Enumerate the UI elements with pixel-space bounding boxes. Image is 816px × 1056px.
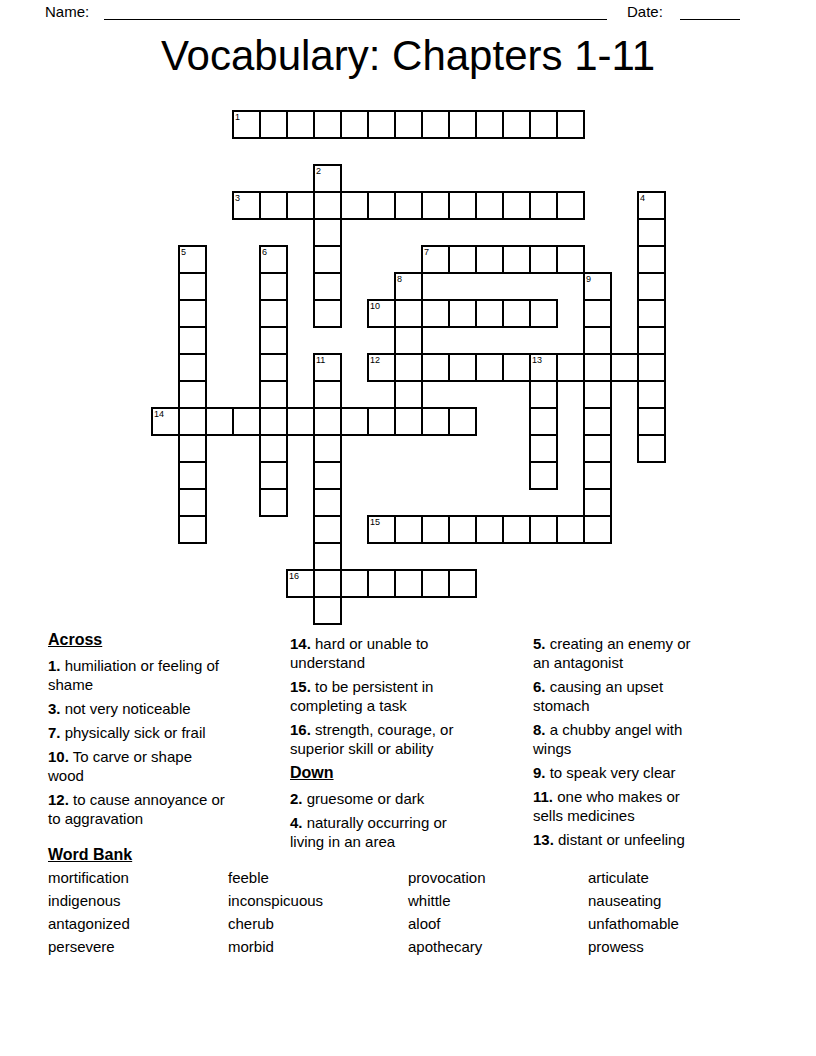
grid-cell[interactable] [313,461,342,490]
grid-cell[interactable] [394,380,423,409]
word-bank-word: cherub [228,912,408,935]
grid-cell[interactable] [583,353,612,382]
grid-cell[interactable] [259,191,288,220]
clue-down-9: 9. to speak very clear [533,763,783,782]
clue-across-1: 1. humiliation or feeling of shame [48,656,284,694]
grid-cell[interactable] [394,353,423,382]
grid-cell[interactable] [502,191,531,220]
grid-cell[interactable] [232,407,261,436]
grid-cell[interactable] [421,407,450,436]
grid-cell[interactable] [475,191,504,220]
word-bank-columns: mortificationindigenousantagonizedpersev… [48,866,788,961]
grid-cell[interactable] [259,272,288,301]
grid-cell[interactable] [583,461,612,490]
grid-number: 3 [235,193,240,203]
grid-cell[interactable] [448,110,477,139]
grid-cell[interactable] [421,299,450,328]
grid-cell[interactable] [313,299,342,328]
clues-column-3: 5. creating an enemy or an antagonist6. … [533,630,783,854]
grid-number: 5 [181,247,186,257]
grid-cell[interactable] [475,299,504,328]
grid-cell[interactable] [340,407,369,436]
grid-cell[interactable] [556,515,585,544]
clues-column-1: Across 1. humiliation or feeling of sham… [48,630,284,833]
grid-cell[interactable] [502,245,531,274]
grid-cell[interactable] [313,272,342,301]
word-bank-column: feebleinconspicuouscherubmorbid [228,866,408,958]
grid-cell[interactable] [637,434,666,463]
grid-cell[interactable] [313,380,342,409]
word-bank-word: mortification [48,866,228,889]
grid-cell[interactable] [583,326,612,355]
word-bank-word: provocation [408,866,588,889]
grid-cell[interactable] [313,191,342,220]
grid-cell[interactable] [367,191,396,220]
grid-cell[interactable] [448,353,477,382]
clue-down-8: 8. a chubby angel with wings [533,720,783,758]
grid-number: 13 [532,355,542,365]
grid-cell[interactable] [394,407,423,436]
grid-cell[interactable] [205,407,234,436]
grid-cell[interactable] [583,434,612,463]
grid-cell[interactable] [394,110,423,139]
grid-cell[interactable] [529,110,558,139]
grid-cell[interactable] [178,326,207,355]
grid-cell[interactable] [178,380,207,409]
grid-cell[interactable] [529,515,558,544]
clue-across-14: 14. hard or unable to understand [290,634,528,672]
grid-cell[interactable] [313,542,342,571]
word-bank-word: articulate [588,866,768,889]
grid-cell[interactable] [286,407,315,436]
grid-cell[interactable] [367,407,396,436]
grid-cell[interactable] [178,407,207,436]
page-title: Vocabulary: Chapters 1-11 [0,35,816,77]
grid-cell[interactable] [259,488,288,517]
grid-cell[interactable] [556,191,585,220]
grid-cell[interactable] [313,596,342,625]
grid-cell[interactable] [637,326,666,355]
grid-cell[interactable] [529,434,558,463]
grid-cell[interactable] [259,110,288,139]
word-bank-word: apothecary [408,935,588,958]
grid-cell[interactable] [583,488,612,517]
grid-cell[interactable] [421,569,450,598]
grid-number: 12 [370,355,380,365]
grid-cell[interactable] [556,245,585,274]
word-bank-heading: Word Bank [48,845,132,865]
grid-cell[interactable] [583,299,612,328]
across-heading: Across [48,630,284,650]
grid-cell[interactable] [637,299,666,328]
grid-cell[interactable] [313,569,342,598]
clue-down-2: 2. gruesome or dark [290,789,528,808]
clue-down-4: 4. naturally occurring or living in an a… [290,813,528,851]
grid-cell[interactable] [394,326,423,355]
grid-cell[interactable] [340,569,369,598]
grid-cell[interactable] [394,191,423,220]
word-bank-word: morbid [228,935,408,958]
grid-cell[interactable] [313,218,342,247]
grid-cell[interactable] [178,461,207,490]
grid-cell[interactable] [502,515,531,544]
grid-cell[interactable] [367,569,396,598]
grid-cell[interactable] [178,488,207,517]
grid-number: 2 [316,166,321,176]
grid-cell[interactable] [313,488,342,517]
word-bank-word: prowess [588,935,768,958]
grid-cell[interactable] [637,272,666,301]
clues-column-2: 14. hard or unable to understand15. to b… [290,630,528,856]
down-heading: Down [290,763,528,783]
grid-cell[interactable] [178,434,207,463]
grid-cell[interactable] [313,407,342,436]
grid-cell[interactable] [610,353,639,382]
grid-cell[interactable] [421,515,450,544]
clues-col1-list: 1. humiliation or feeling of shame3. not… [48,656,284,828]
grid-cell[interactable] [529,191,558,220]
grid-cell[interactable] [178,515,207,544]
grid-cell[interactable] [286,110,315,139]
grid-cell[interactable] [340,110,369,139]
grid-cell[interactable] [448,569,477,598]
word-bank-word: feeble [228,866,408,889]
grid-cell[interactable] [421,110,450,139]
clue-down-11: 11. one who makes or sells medicines [533,787,783,825]
clue-across-7: 7. physically sick or frail [48,723,284,742]
grid-cell[interactable] [637,380,666,409]
grid-number: 9 [586,274,591,284]
clue-down-13: 13. distant or unfeeling [533,830,783,849]
grid-cell[interactable] [394,569,423,598]
clue-down-6: 6. causing an upset stomach [533,677,783,715]
date-label: Date: [627,3,663,20]
grid-cell[interactable] [178,353,207,382]
clues-col2-across: 14. hard or unable to understand15. to b… [290,634,528,758]
grid-cell[interactable] [286,191,315,220]
clue-across-3: 3. not very noticeable [48,699,284,718]
grid-cell[interactable] [583,407,612,436]
clue-across-12: 12. to cause annoyance or to aggravation [48,790,284,828]
grid-cell[interactable] [475,110,504,139]
clues-col2-down: 2. gruesome or dark4. naturally occurrin… [290,789,528,851]
word-bank-column: mortificationindigenousantagonizedpersev… [48,866,228,958]
date-underline[interactable] [680,19,740,20]
grid-cell[interactable] [259,299,288,328]
word-bank-word: persevere [48,935,228,958]
grid-cell[interactable] [178,272,207,301]
grid-number: 16 [289,571,299,581]
grid-cell[interactable] [475,353,504,382]
grid-cell[interactable] [529,461,558,490]
grid-cell[interactable] [529,245,558,274]
word-bank-column: provocationwhittlealoofapothecary [408,866,588,958]
word-bank-word: nauseating [588,889,768,912]
name-label: Name: [45,3,89,20]
grid-cell[interactable] [394,299,423,328]
word-bank-column: articulatenauseatingunfathomableprowess [588,866,768,958]
grid-cell[interactable] [259,326,288,355]
grid-number: 7 [424,247,429,257]
word-bank-word: inconspicuous [228,889,408,912]
grid-cell[interactable] [556,353,585,382]
word-bank-word: indigenous [48,889,228,912]
grid-cell[interactable] [313,515,342,544]
grid-cell[interactable] [475,245,504,274]
clues-col3-down: 5. creating an enemy or an antagonist6. … [533,634,783,849]
grid-number: 1 [235,112,240,122]
clue-across-10: 10. To carve or shape wood [48,747,284,785]
grid-cell[interactable] [637,245,666,274]
grid-number: 6 [262,247,267,257]
grid-cell[interactable] [529,299,558,328]
grid-cell[interactable] [259,407,288,436]
grid-cell[interactable] [448,245,477,274]
clue-down-5: 5. creating an enemy or an antagonist [533,634,783,672]
crossword-grid: 13710121415162456891113 [152,111,665,624]
grid-cell[interactable] [448,299,477,328]
grid-cell[interactable] [529,380,558,409]
word-bank-word: aloof [408,912,588,935]
grid-cell[interactable] [421,191,450,220]
grid-cell[interactable] [502,299,531,328]
grid-cell[interactable] [178,299,207,328]
name-underline[interactable] [104,19,607,20]
grid-cell[interactable] [475,515,504,544]
grid-cell[interactable] [637,353,666,382]
word-bank-word: whittle [408,889,588,912]
grid-cell[interactable] [313,434,342,463]
grid-number: 15 [370,517,380,527]
grid-cell[interactable] [529,407,558,436]
grid-cell[interactable] [394,515,423,544]
grid-cell[interactable] [259,380,288,409]
grid-cell[interactable] [502,353,531,382]
grid-cell[interactable] [502,110,531,139]
word-bank-word: unfathomable [588,912,768,935]
grid-cell[interactable] [313,245,342,274]
grid-cell[interactable] [448,191,477,220]
grid-cell[interactable] [421,353,450,382]
grid-number: 11 [316,355,325,365]
grid-number: 14 [154,409,164,419]
grid-cell[interactable] [313,110,342,139]
grid-cell[interactable] [556,110,585,139]
grid-cell[interactable] [259,461,288,490]
grid-number: 8 [397,274,402,284]
grid-cell[interactable] [583,380,612,409]
grid-cell[interactable] [448,407,477,436]
grid-cell[interactable] [340,191,369,220]
grid-cell[interactable] [637,407,666,436]
grid-number: 10 [370,301,380,311]
grid-cell[interactable] [583,515,612,544]
word-bank-word: antagonized [48,912,228,935]
grid-cell[interactable] [259,434,288,463]
grid-cell[interactable] [448,515,477,544]
grid-cell[interactable] [259,353,288,382]
grid-cell[interactable] [367,110,396,139]
grid-number: 4 [640,193,645,203]
grid-cell[interactable] [637,218,666,247]
clue-across-15: 15. to be persistent in completing a tas… [290,677,528,715]
clue-across-16: 16. strength, courage, or superior skill… [290,720,528,758]
